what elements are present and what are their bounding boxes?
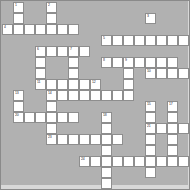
block-cell bbox=[2, 90, 13, 101]
clue-number-11: 11 bbox=[37, 80, 40, 83]
crossword-screenshot: 123456789101112131415172018212324 bbox=[0, 0, 190, 190]
cell-r9c13[interactable]: 15 bbox=[145, 101, 156, 112]
cell-r12c9[interactable] bbox=[101, 134, 112, 145]
block-cell bbox=[13, 123, 24, 134]
cell-r0c1[interactable]: 1 bbox=[13, 2, 24, 13]
block-cell bbox=[178, 145, 189, 156]
block-cell bbox=[24, 68, 35, 79]
block-cell bbox=[134, 112, 145, 123]
cell-r9c15[interactable]: 17 bbox=[167, 101, 178, 112]
block-cell bbox=[101, 101, 112, 112]
clue-number-3: 3 bbox=[147, 14, 149, 17]
cell-r6c3[interactable] bbox=[35, 68, 46, 79]
cell-r6c15[interactable] bbox=[167, 68, 178, 79]
cell-r6c13[interactable]: 10 bbox=[145, 68, 156, 79]
block-cell bbox=[112, 2, 123, 13]
cell-r10c9[interactable]: 18 bbox=[101, 112, 112, 123]
cell-r7c6[interactable] bbox=[68, 79, 79, 90]
block-cell bbox=[123, 13, 134, 24]
block-cell bbox=[90, 2, 101, 13]
block-cell bbox=[167, 178, 178, 189]
block-cell bbox=[46, 156, 57, 167]
block-cell bbox=[79, 24, 90, 35]
block-cell bbox=[79, 167, 90, 178]
cell-r14c9[interactable] bbox=[101, 156, 112, 167]
block-cell bbox=[46, 35, 57, 46]
block-cell bbox=[123, 167, 134, 178]
clue-number-15: 15 bbox=[147, 102, 150, 105]
cell-r7c11[interactable] bbox=[123, 79, 134, 90]
block-cell bbox=[24, 101, 35, 112]
clue-number-17: 17 bbox=[169, 102, 172, 105]
block-cell bbox=[90, 57, 101, 68]
block-cell bbox=[2, 178, 13, 189]
block-cell bbox=[13, 167, 24, 178]
clue-number-4: 4 bbox=[4, 25, 6, 28]
block-cell bbox=[57, 35, 68, 46]
cell-r12c10[interactable] bbox=[112, 134, 123, 145]
block-cell bbox=[101, 79, 112, 90]
block-cell bbox=[90, 35, 101, 46]
block-cell bbox=[68, 35, 79, 46]
block-cell bbox=[2, 167, 13, 178]
cell-r2c0[interactable]: 4 bbox=[2, 24, 13, 35]
cell-r6c14[interactable] bbox=[156, 68, 167, 79]
block-cell bbox=[134, 123, 145, 134]
block-cell bbox=[2, 134, 13, 145]
block-cell bbox=[167, 167, 178, 178]
clue-number-14: 14 bbox=[48, 91, 51, 94]
block-cell bbox=[123, 134, 134, 145]
cell-r12c15[interactable] bbox=[167, 134, 178, 145]
block-cell bbox=[167, 79, 178, 90]
cell-r2c3[interactable] bbox=[35, 24, 46, 35]
cell-r5c12[interactable] bbox=[134, 57, 145, 68]
cell-r4c7[interactable] bbox=[79, 46, 90, 57]
clue-number-10: 10 bbox=[147, 69, 150, 72]
block-cell bbox=[79, 2, 90, 13]
block-cell bbox=[57, 167, 68, 178]
block-cell bbox=[178, 134, 189, 145]
cell-r14c7[interactable]: 24 bbox=[79, 156, 90, 167]
cell-r15c9[interactable] bbox=[101, 167, 112, 178]
block-cell bbox=[90, 145, 101, 156]
block-cell bbox=[123, 101, 134, 112]
block-cell bbox=[46, 57, 57, 68]
block-cell bbox=[24, 57, 35, 68]
block-cell bbox=[35, 90, 46, 101]
block-cell bbox=[79, 57, 90, 68]
block-cell bbox=[167, 90, 178, 101]
cell-r8c7[interactable] bbox=[79, 90, 90, 101]
cell-r10c2[interactable] bbox=[24, 112, 35, 123]
block-cell bbox=[57, 57, 68, 68]
cell-r14c8[interactable] bbox=[90, 156, 101, 167]
cell-r3c16[interactable] bbox=[178, 35, 189, 46]
cell-r5c6[interactable] bbox=[68, 57, 79, 68]
block-cell bbox=[112, 112, 123, 123]
block-cell bbox=[112, 178, 123, 189]
block-cell bbox=[123, 145, 134, 156]
block-cell bbox=[2, 156, 13, 167]
clue-number-7: 7 bbox=[70, 47, 72, 50]
block-cell bbox=[79, 112, 90, 123]
clue-number-21: 21 bbox=[147, 124, 150, 127]
clue-number-13: 13 bbox=[15, 91, 18, 94]
cell-r5c13[interactable] bbox=[145, 57, 156, 68]
block-cell bbox=[178, 24, 189, 35]
block-cell bbox=[35, 101, 46, 112]
cell-r8c5[interactable] bbox=[57, 90, 68, 101]
block-cell bbox=[123, 46, 134, 57]
cell-r11c13[interactable]: 21 bbox=[145, 123, 156, 134]
block-cell bbox=[178, 178, 189, 189]
block-cell bbox=[24, 178, 35, 189]
block-cell bbox=[134, 134, 145, 145]
block-cell bbox=[57, 2, 68, 13]
cell-r3c10[interactable] bbox=[112, 35, 123, 46]
block-cell bbox=[156, 24, 167, 35]
cell-r3c9[interactable]: 5 bbox=[101, 35, 112, 46]
cell-r14c15[interactable] bbox=[167, 156, 178, 167]
block-cell bbox=[35, 156, 46, 167]
block-cell bbox=[2, 13, 13, 24]
cell-r11c4[interactable] bbox=[46, 123, 57, 134]
block-cell bbox=[2, 79, 13, 90]
block-cell bbox=[123, 112, 134, 123]
block-cell bbox=[68, 2, 79, 13]
block-cell bbox=[167, 13, 178, 24]
block-cell bbox=[13, 68, 24, 79]
block-cell bbox=[79, 123, 90, 134]
cell-r8c11[interactable] bbox=[123, 90, 134, 101]
cell-r11c9[interactable] bbox=[101, 123, 112, 134]
cell-r3c11[interactable] bbox=[123, 35, 134, 46]
block-cell bbox=[101, 46, 112, 57]
cell-r11c14[interactable] bbox=[156, 123, 167, 134]
cell-r3c15[interactable] bbox=[167, 35, 178, 46]
block-cell bbox=[145, 46, 156, 57]
block-cell bbox=[24, 167, 35, 178]
cell-r8c10[interactable] bbox=[112, 90, 123, 101]
block-cell bbox=[35, 13, 46, 24]
block-cell bbox=[112, 46, 123, 57]
block-cell bbox=[90, 46, 101, 57]
block-cell bbox=[46, 145, 57, 156]
block-cell bbox=[2, 46, 13, 57]
cell-r14c13[interactable] bbox=[145, 156, 156, 167]
block-cell bbox=[68, 156, 79, 167]
clue-number-18: 18 bbox=[103, 113, 106, 116]
block-cell bbox=[79, 35, 90, 46]
cell-r2c4[interactable] bbox=[46, 24, 57, 35]
clue-number-12: 12 bbox=[92, 80, 95, 83]
cell-r14c16[interactable] bbox=[178, 156, 189, 167]
block-cell bbox=[112, 123, 123, 134]
block-cell bbox=[167, 2, 178, 13]
block-cell bbox=[2, 112, 13, 123]
block-cell bbox=[35, 167, 46, 178]
block-cell bbox=[112, 24, 123, 35]
cell-r11c15[interactable] bbox=[167, 123, 178, 134]
block-cell bbox=[112, 79, 123, 90]
block-cell bbox=[156, 145, 167, 156]
block-cell bbox=[156, 178, 167, 189]
cell-r10c1[interactable]: 20 bbox=[13, 112, 24, 123]
cell-r4c4[interactable] bbox=[46, 46, 57, 57]
block-cell bbox=[2, 123, 13, 134]
block-cell bbox=[24, 90, 35, 101]
block-cell bbox=[123, 2, 134, 13]
block-cell bbox=[79, 178, 90, 189]
block-cell bbox=[178, 13, 189, 24]
block-cell bbox=[145, 2, 156, 13]
block-cell bbox=[112, 145, 123, 156]
cell-r12c8[interactable] bbox=[90, 134, 101, 145]
block-cell bbox=[79, 101, 90, 112]
cell-r6c6[interactable] bbox=[68, 68, 79, 79]
cell-r14c12[interactable] bbox=[134, 156, 145, 167]
block-cell bbox=[2, 68, 13, 79]
block-cell bbox=[13, 46, 24, 57]
cell-r15c13[interactable] bbox=[145, 167, 156, 178]
block-cell bbox=[101, 13, 112, 24]
block-cell bbox=[123, 24, 134, 35]
cell-r12c7[interactable] bbox=[79, 134, 90, 145]
cell-r7c8[interactable]: 12 bbox=[90, 79, 101, 90]
cell-r4c5[interactable] bbox=[57, 46, 68, 57]
block-cell bbox=[145, 90, 156, 101]
block-cell bbox=[24, 145, 35, 156]
cell-r10c6[interactable] bbox=[68, 112, 79, 123]
block-cell bbox=[134, 2, 145, 13]
block-cell bbox=[134, 90, 145, 101]
cell-r3c12[interactable] bbox=[134, 35, 145, 46]
block-cell bbox=[13, 57, 24, 68]
cell-r14c10[interactable] bbox=[112, 156, 123, 167]
cell-r1c1[interactable] bbox=[13, 13, 24, 24]
block-cell bbox=[134, 24, 145, 35]
block-cell bbox=[156, 90, 167, 101]
clue-number-2: 2 bbox=[48, 3, 50, 6]
block-cell bbox=[24, 79, 35, 90]
cell-r1c13[interactable]: 3 bbox=[145, 13, 156, 24]
block-cell bbox=[90, 24, 101, 35]
block-cell bbox=[79, 13, 90, 24]
block-cell bbox=[178, 2, 189, 13]
block-cell bbox=[68, 13, 79, 24]
block-cell bbox=[24, 2, 35, 13]
block-cell bbox=[134, 101, 145, 112]
cell-r7c3[interactable]: 11 bbox=[35, 79, 46, 90]
block-cell bbox=[57, 156, 68, 167]
block-cell bbox=[156, 101, 167, 112]
block-cell bbox=[156, 112, 167, 123]
block-cell bbox=[156, 46, 167, 57]
block-cell bbox=[79, 145, 90, 156]
block-cell bbox=[13, 178, 24, 189]
cell-r13c13[interactable] bbox=[145, 145, 156, 156]
block-cell bbox=[90, 13, 101, 24]
block-cell bbox=[35, 178, 46, 189]
block-cell bbox=[57, 13, 68, 24]
block-cell bbox=[68, 178, 79, 189]
block-cell bbox=[145, 24, 156, 35]
block-cell bbox=[68, 101, 79, 112]
block-cell bbox=[13, 35, 24, 46]
block-cell bbox=[2, 101, 13, 112]
cell-r8c6[interactable] bbox=[68, 90, 79, 101]
cell-r7c5[interactable] bbox=[57, 79, 68, 90]
crossword-grid: 123456789101112131415172018212324 bbox=[2, 2, 189, 189]
cell-r12c5[interactable] bbox=[57, 134, 68, 145]
block-cell bbox=[167, 46, 178, 57]
cell-r2c5[interactable] bbox=[57, 24, 68, 35]
clue-number-24: 24 bbox=[81, 157, 84, 160]
cell-r5c9[interactable]: 8 bbox=[101, 57, 112, 68]
cell-r5c15[interactable] bbox=[167, 57, 178, 68]
block-cell bbox=[134, 178, 145, 189]
block-cell bbox=[156, 134, 167, 145]
block-cell bbox=[178, 46, 189, 57]
cell-r2c1[interactable] bbox=[13, 24, 24, 35]
block-cell bbox=[156, 13, 167, 24]
block-cell bbox=[178, 90, 189, 101]
block-cell bbox=[112, 68, 123, 79]
clue-number-6: 6 bbox=[37, 47, 39, 50]
block-cell bbox=[134, 68, 145, 79]
block-cell bbox=[46, 68, 57, 79]
block-cell bbox=[90, 178, 101, 189]
block-cell bbox=[57, 68, 68, 79]
block-cell bbox=[46, 178, 57, 189]
block-cell bbox=[57, 123, 68, 134]
cell-r10c5[interactable] bbox=[57, 112, 68, 123]
cell-r9c1[interactable] bbox=[13, 101, 24, 112]
clue-number-8: 8 bbox=[103, 58, 105, 61]
block-cell bbox=[156, 167, 167, 178]
cell-r11c16[interactable] bbox=[178, 123, 189, 134]
block-cell bbox=[101, 68, 112, 79]
block-cell bbox=[13, 134, 24, 145]
cell-r12c13[interactable] bbox=[145, 134, 156, 145]
block-cell bbox=[35, 123, 46, 134]
clue-number-20: 20 bbox=[15, 113, 18, 116]
block-cell bbox=[24, 123, 35, 134]
cell-r7c7[interactable] bbox=[79, 79, 90, 90]
block-cell bbox=[90, 167, 101, 178]
block-cell bbox=[134, 13, 145, 24]
cell-r12c6[interactable] bbox=[68, 134, 79, 145]
clue-number-9: 9 bbox=[125, 58, 127, 61]
cell-r3c14[interactable] bbox=[156, 35, 167, 46]
block-cell bbox=[24, 156, 35, 167]
clue-number-23: 23 bbox=[48, 135, 51, 138]
cell-r5c10[interactable] bbox=[112, 57, 123, 68]
block-cell bbox=[178, 57, 189, 68]
block-cell bbox=[13, 79, 24, 90]
block-cell bbox=[145, 79, 156, 90]
cell-r10c4[interactable] bbox=[46, 112, 57, 123]
block-cell bbox=[57, 101, 68, 112]
block-cell bbox=[46, 167, 57, 178]
cell-r10c13[interactable] bbox=[145, 112, 156, 123]
cell-r2c6[interactable] bbox=[68, 24, 79, 35]
cell-r10c15[interactable] bbox=[167, 112, 178, 123]
block-cell bbox=[24, 13, 35, 24]
cell-r4c3[interactable]: 6 bbox=[35, 46, 46, 57]
block-cell bbox=[57, 145, 68, 156]
block-cell bbox=[178, 167, 189, 178]
block-cell bbox=[112, 101, 123, 112]
cell-r0c4[interactable]: 2 bbox=[46, 2, 57, 13]
block-cell bbox=[90, 112, 101, 123]
block-cell bbox=[24, 35, 35, 46]
block-cell bbox=[2, 57, 13, 68]
block-cell bbox=[101, 24, 112, 35]
cell-r14c11[interactable] bbox=[123, 156, 134, 167]
clue-number-1: 1 bbox=[15, 3, 17, 6]
block-cell bbox=[178, 101, 189, 112]
block-cell bbox=[178, 112, 189, 123]
block-cell bbox=[178, 79, 189, 90]
cell-r10c3[interactable] bbox=[35, 112, 46, 123]
block-cell bbox=[123, 178, 134, 189]
cell-r13c9[interactable] bbox=[101, 145, 112, 156]
cell-r12c4[interactable]: 23 bbox=[46, 134, 57, 145]
block-cell bbox=[79, 68, 90, 79]
block-cell bbox=[123, 123, 134, 134]
cell-r6c16[interactable] bbox=[178, 68, 189, 79]
cell-r8c4[interactable]: 14 bbox=[46, 90, 57, 101]
block-cell bbox=[2, 35, 13, 46]
cell-r8c1[interactable]: 13 bbox=[13, 90, 24, 101]
cell-r6c11[interactable] bbox=[123, 68, 134, 79]
block-cell bbox=[68, 123, 79, 134]
cell-r9c4[interactable] bbox=[46, 101, 57, 112]
cell-r5c11[interactable]: 9 bbox=[123, 57, 134, 68]
cell-r2c2[interactable] bbox=[24, 24, 35, 35]
clue-number-5: 5 bbox=[103, 36, 105, 39]
cell-r3c13[interactable] bbox=[145, 35, 156, 46]
cell-r7c4[interactable] bbox=[46, 79, 57, 90]
block-cell bbox=[156, 2, 167, 13]
block-cell bbox=[13, 145, 24, 156]
cell-r5c14[interactable] bbox=[156, 57, 167, 68]
cell-r13c15[interactable] bbox=[167, 145, 178, 156]
block-cell bbox=[167, 24, 178, 35]
cell-r8c9[interactable] bbox=[101, 90, 112, 101]
block-cell bbox=[35, 2, 46, 13]
block-cell bbox=[2, 2, 13, 13]
cell-r14c14[interactable] bbox=[156, 156, 167, 167]
block-cell bbox=[112, 167, 123, 178]
block-cell bbox=[134, 167, 145, 178]
block-cell bbox=[134, 79, 145, 90]
cell-r4c6[interactable]: 7 bbox=[68, 46, 79, 57]
block-cell bbox=[24, 134, 35, 145]
cell-r16c9[interactable] bbox=[101, 178, 112, 189]
block-cell bbox=[68, 145, 79, 156]
block-cell bbox=[145, 178, 156, 189]
cell-r5c3[interactable] bbox=[35, 57, 46, 68]
block-cell bbox=[156, 79, 167, 90]
block-cell bbox=[35, 35, 46, 46]
cell-r1c4[interactable] bbox=[46, 13, 57, 24]
cell-r8c8[interactable] bbox=[90, 90, 101, 101]
block-cell bbox=[2, 145, 13, 156]
block-cell bbox=[90, 123, 101, 134]
